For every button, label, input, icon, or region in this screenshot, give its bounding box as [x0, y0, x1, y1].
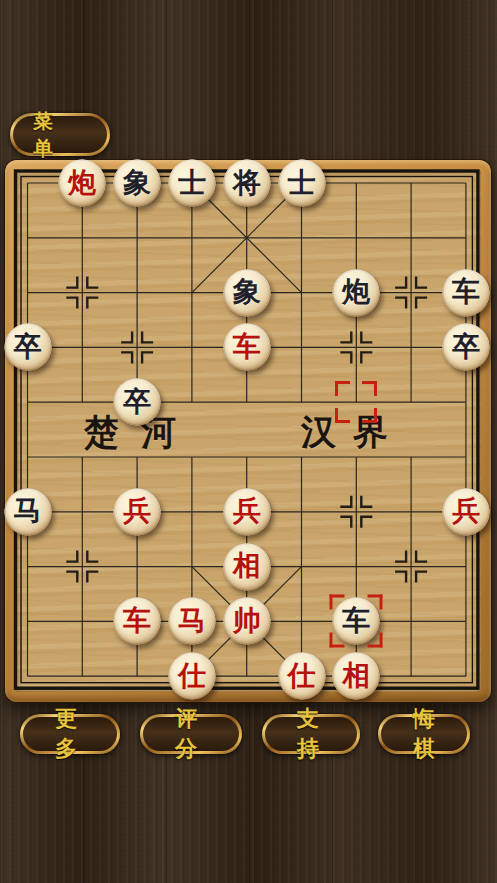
piece-glyph: 车 — [452, 278, 480, 306]
piece-glyph: 将 — [233, 168, 261, 196]
piece-glyph: 士 — [288, 168, 316, 196]
piece-red-车[interactable]: 车 — [223, 324, 270, 371]
piece-glyph: 卒 — [14, 332, 42, 360]
piece-red-相[interactable]: 相 — [333, 653, 380, 700]
support-button-label: 支持 — [265, 717, 357, 751]
piece-glyph: 车 — [233, 332, 261, 360]
piece-glyph: 车 — [123, 606, 151, 634]
piece-glyph: 仕 — [178, 661, 206, 689]
piece-red-相[interactable]: 相 — [223, 543, 270, 590]
piece-red-炮[interactable]: 炮 — [59, 160, 106, 207]
piece-red-兵[interactable]: 兵 — [114, 488, 161, 535]
piece-black-炮[interactable]: 炮 — [333, 269, 380, 316]
piece-glyph: 车 — [342, 606, 370, 634]
menu-button-label: 菜单 — [13, 116, 107, 153]
piece-red-兵[interactable]: 兵 — [223, 488, 270, 535]
rate-button[interactable]: 评分 — [140, 714, 242, 754]
piece-glyph: 士 — [178, 168, 206, 196]
piece-black-车[interactable]: 车 — [333, 598, 380, 645]
piece-glyph: 卒 — [123, 387, 151, 415]
piece-black-车[interactable]: 车 — [442, 269, 489, 316]
piece-glyph: 象 — [233, 278, 261, 306]
piece-black-将[interactable]: 将 — [223, 160, 270, 207]
piece-glyph: 相 — [342, 661, 370, 689]
piece-red-仕[interactable]: 仕 — [278, 653, 325, 700]
more-button-label: 更多 — [23, 717, 117, 751]
piece-glyph: 马 — [14, 497, 42, 525]
piece-black-卒[interactable]: 卒 — [114, 379, 161, 426]
piece-red-仕[interactable]: 仕 — [168, 653, 215, 700]
piece-black-象[interactable]: 象 — [223, 269, 270, 316]
piece-red-马[interactable]: 马 — [168, 598, 215, 645]
piece-glyph: 炮 — [68, 168, 96, 196]
piece-black-卒[interactable]: 卒 — [442, 324, 489, 371]
piece-glyph: 兵 — [452, 497, 480, 525]
support-button[interactable]: 支持 — [262, 714, 360, 754]
piece-glyph: 卒 — [452, 332, 480, 360]
app-background: 菜单 楚河 汉界 炮象士将士象炮车卒车卒卒马兵兵兵相车马帅车仕仕相 更多 评分 … — [0, 0, 497, 883]
more-button[interactable]: 更多 — [20, 714, 120, 754]
piece-red-车[interactable]: 车 — [114, 598, 161, 645]
piece-glyph: 兵 — [233, 497, 261, 525]
piece-red-兵[interactable]: 兵 — [442, 488, 489, 535]
piece-glyph: 象 — [123, 168, 151, 196]
piece-glyph: 炮 — [342, 278, 370, 306]
rate-button-label: 评分 — [143, 717, 239, 751]
piece-black-马[interactable]: 马 — [4, 488, 51, 535]
undo-move-button-label: 悔棋 — [381, 717, 467, 751]
piece-glyph: 马 — [178, 606, 206, 634]
piece-glyph: 兵 — [123, 497, 151, 525]
piece-black-士[interactable]: 士 — [168, 160, 215, 207]
piece-glyph: 相 — [233, 552, 261, 580]
piece-red-帅[interactable]: 帅 — [223, 598, 270, 645]
piece-black-象[interactable]: 象 — [114, 160, 161, 207]
piece-black-士[interactable]: 士 — [278, 160, 325, 207]
menu-button[interactable]: 菜单 — [10, 113, 110, 156]
piece-glyph: 仕 — [288, 661, 316, 689]
piece-glyph: 帅 — [233, 606, 261, 634]
undo-move-button[interactable]: 悔棋 — [378, 714, 470, 754]
piece-black-卒[interactable]: 卒 — [4, 324, 51, 371]
